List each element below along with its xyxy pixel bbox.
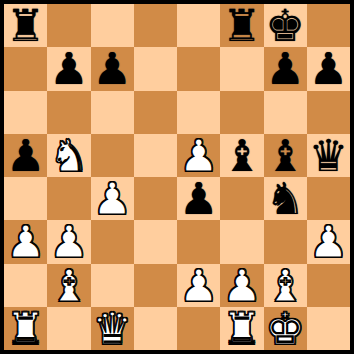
square-f7[interactable] <box>220 47 263 90</box>
piece-black-pawn[interactable]: ♟ <box>92 47 131 90</box>
piece-white-pawn[interactable]: ♟ <box>49 220 88 263</box>
piece-white-bishop[interactable]: ♝ <box>49 264 88 307</box>
square-g5[interactable]: ♝ <box>264 134 307 177</box>
square-b8[interactable] <box>47 4 90 47</box>
square-d8[interactable] <box>134 4 177 47</box>
piece-white-pawn[interactable]: ♟ <box>309 220 348 263</box>
piece-black-queen[interactable]: ♛ <box>309 134 348 177</box>
piece-white-pawn[interactable]: ♟ <box>6 220 45 263</box>
square-h6[interactable] <box>307 91 350 134</box>
square-c4[interactable]: ♟ <box>91 177 134 220</box>
square-e3[interactable] <box>177 220 220 263</box>
square-d1[interactable] <box>134 307 177 350</box>
square-c1[interactable]: ♛ <box>91 307 134 350</box>
piece-white-pawn[interactable]: ♟ <box>92 177 131 220</box>
square-d2[interactable] <box>134 264 177 307</box>
piece-black-bishop[interactable]: ♝ <box>265 134 304 177</box>
square-b7[interactable]: ♟ <box>47 47 90 90</box>
square-a1[interactable]: ♜ <box>4 307 47 350</box>
square-e7[interactable] <box>177 47 220 90</box>
square-e2[interactable]: ♟ <box>177 264 220 307</box>
piece-black-pawn[interactable]: ♟ <box>265 47 304 90</box>
board-border: ♜♜♚♟♟♟♟♟♞♟♝♝♛♟♟♞♟♟♟♝♟♟♝♜♛♜♚ <box>0 0 354 354</box>
square-h2[interactable] <box>307 264 350 307</box>
square-d3[interactable] <box>134 220 177 263</box>
square-e8[interactable] <box>177 4 220 47</box>
piece-black-knight[interactable]: ♞ <box>265 177 304 220</box>
piece-black-pawn[interactable]: ♟ <box>309 47 348 90</box>
square-e6[interactable] <box>177 91 220 134</box>
square-f3[interactable] <box>220 220 263 263</box>
piece-white-pawn[interactable]: ♟ <box>222 264 261 307</box>
square-d4[interactable] <box>134 177 177 220</box>
square-h1[interactable] <box>307 307 350 350</box>
square-c5[interactable] <box>91 134 134 177</box>
square-g4[interactable]: ♞ <box>264 177 307 220</box>
piece-white-pawn[interactable]: ♟ <box>179 264 218 307</box>
piece-black-pawn[interactable]: ♟ <box>49 47 88 90</box>
square-f4[interactable] <box>220 177 263 220</box>
square-g7[interactable]: ♟ <box>264 47 307 90</box>
square-c8[interactable] <box>91 4 134 47</box>
piece-white-king[interactable]: ♚ <box>265 307 304 350</box>
square-h3[interactable]: ♟ <box>307 220 350 263</box>
square-b6[interactable] <box>47 91 90 134</box>
square-g3[interactable] <box>264 220 307 263</box>
piece-white-bishop[interactable]: ♝ <box>265 264 304 307</box>
square-f6[interactable] <box>220 91 263 134</box>
square-a8[interactable]: ♜ <box>4 4 47 47</box>
square-f2[interactable]: ♟ <box>220 264 263 307</box>
square-e4[interactable]: ♟ <box>177 177 220 220</box>
piece-white-rook[interactable]: ♜ <box>222 307 261 350</box>
square-g8[interactable]: ♚ <box>264 4 307 47</box>
square-g2[interactable]: ♝ <box>264 264 307 307</box>
piece-white-knight[interactable]: ♞ <box>49 134 88 177</box>
square-f8[interactable]: ♜ <box>220 4 263 47</box>
square-c7[interactable]: ♟ <box>91 47 134 90</box>
square-d5[interactable] <box>134 134 177 177</box>
square-g6[interactable] <box>264 91 307 134</box>
square-h4[interactable] <box>307 177 350 220</box>
square-b4[interactable] <box>47 177 90 220</box>
square-b5[interactable]: ♞ <box>47 134 90 177</box>
square-g1[interactable]: ♚ <box>264 307 307 350</box>
square-h7[interactable]: ♟ <box>307 47 350 90</box>
piece-white-rook[interactable]: ♜ <box>6 307 45 350</box>
square-b1[interactable] <box>47 307 90 350</box>
square-e5[interactable]: ♟ <box>177 134 220 177</box>
square-e1[interactable] <box>177 307 220 350</box>
piece-white-queen[interactable]: ♛ <box>92 307 131 350</box>
square-c3[interactable] <box>91 220 134 263</box>
square-a2[interactable] <box>4 264 47 307</box>
piece-white-pawn[interactable]: ♟ <box>179 134 218 177</box>
chess-board: ♜♜♚♟♟♟♟♟♞♟♝♝♛♟♟♞♟♟♟♝♟♟♝♜♛♜♚ <box>4 4 350 350</box>
square-d6[interactable] <box>134 91 177 134</box>
square-h5[interactable]: ♛ <box>307 134 350 177</box>
square-d7[interactable] <box>134 47 177 90</box>
square-a5[interactable]: ♟ <box>4 134 47 177</box>
piece-black-pawn[interactable]: ♟ <box>179 177 218 220</box>
piece-black-king[interactable]: ♚ <box>265 4 304 47</box>
piece-black-rook[interactable]: ♜ <box>6 4 45 47</box>
piece-black-pawn[interactable]: ♟ <box>6 134 45 177</box>
square-f5[interactable]: ♝ <box>220 134 263 177</box>
piece-black-rook[interactable]: ♜ <box>222 4 261 47</box>
square-a3[interactable]: ♟ <box>4 220 47 263</box>
square-c6[interactable] <box>91 91 134 134</box>
square-a4[interactable] <box>4 177 47 220</box>
square-b3[interactable]: ♟ <box>47 220 90 263</box>
square-a7[interactable] <box>4 47 47 90</box>
square-c2[interactable] <box>91 264 134 307</box>
square-b2[interactable]: ♝ <box>47 264 90 307</box>
square-f1[interactable]: ♜ <box>220 307 263 350</box>
square-h8[interactable] <box>307 4 350 47</box>
piece-black-bishop[interactable]: ♝ <box>222 134 261 177</box>
square-a6[interactable] <box>4 91 47 134</box>
